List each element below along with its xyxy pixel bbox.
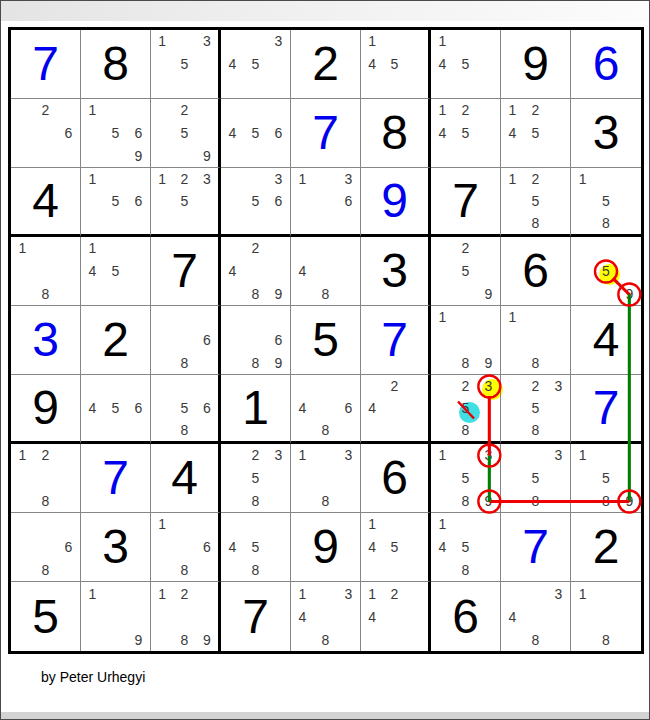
solved-digit-blue: 6 bbox=[593, 40, 620, 88]
solved-digit: 7 bbox=[171, 247, 198, 295]
candidate-1: 1 bbox=[151, 582, 173, 605]
cell-r8c8[interactable]: 7 bbox=[501, 513, 571, 582]
candidate-1: 1 bbox=[81, 582, 104, 605]
candidate-5: 5 bbox=[454, 467, 477, 490]
cell-r4c5[interactable]: 48 bbox=[291, 237, 361, 306]
cell-r2c7[interactable]: 1245 bbox=[431, 99, 501, 168]
cell-r4c9[interactable]: 59 bbox=[571, 237, 641, 306]
cell-r5c4[interactable]: 689 bbox=[221, 306, 291, 375]
cell-r1c3[interactable]: 135 bbox=[151, 30, 221, 99]
cell-r6c2[interactable]: 456 bbox=[81, 375, 151, 444]
candidate-3: 3 bbox=[267, 30, 290, 53]
candidate-5: 5 bbox=[594, 467, 617, 490]
candidate-8: 8 bbox=[524, 489, 547, 512]
candidate-2: 2 bbox=[34, 444, 57, 467]
candidate-8: 8 bbox=[244, 558, 267, 581]
candidate-3: 3 bbox=[196, 168, 218, 190]
candidate-3: 3 bbox=[547, 582, 570, 605]
solved-digit-blue: 7 bbox=[381, 316, 408, 364]
candidate-4: 4 bbox=[81, 397, 104, 419]
cell-r8c7[interactable]: 1458 bbox=[431, 513, 501, 582]
pencil-marks: 24 bbox=[361, 375, 428, 441]
pencil-marks: 1569 bbox=[81, 99, 150, 167]
candidate-4: 4 bbox=[501, 122, 524, 145]
candidate-6: 6 bbox=[127, 397, 150, 419]
candidate-4: 4 bbox=[221, 260, 244, 283]
solved-digit: 2 bbox=[102, 316, 129, 364]
candidate-4: 4 bbox=[291, 605, 314, 628]
candidate-1: 1 bbox=[291, 444, 314, 467]
solved-digit: 4 bbox=[593, 316, 620, 364]
solved-digit: 9 bbox=[522, 40, 549, 88]
pencil-marks: 59 bbox=[571, 237, 641, 305]
solved-digit: 9 bbox=[312, 523, 339, 571]
candidate-5: 5 bbox=[454, 122, 477, 145]
candidate-9: 9 bbox=[127, 144, 150, 167]
candidate-5: 5 bbox=[524, 122, 547, 145]
candidate-1: 1 bbox=[571, 168, 594, 190]
candidate-6: 6 bbox=[57, 536, 80, 559]
candidate-3: 3 bbox=[267, 168, 290, 190]
candidate-3: 3 bbox=[547, 375, 570, 397]
candidate-8: 8 bbox=[314, 282, 337, 305]
candidate-9: 9 bbox=[477, 282, 500, 305]
candidate-6: 6 bbox=[127, 190, 150, 212]
cell-r1c2[interactable]: 8 bbox=[81, 30, 151, 99]
candidate-1: 1 bbox=[11, 237, 34, 260]
pencil-marks: 124 bbox=[361, 582, 428, 651]
candidate-2: 2 bbox=[454, 375, 477, 397]
candidate-8: 8 bbox=[173, 351, 195, 374]
cell-r6c6[interactable]: 24 bbox=[361, 375, 431, 444]
candidate-6: 6 bbox=[196, 536, 218, 559]
candidate-5: 5 bbox=[104, 122, 127, 145]
cell-r2c5[interactable]: 7 bbox=[291, 99, 361, 168]
candidate-3: 3 bbox=[196, 30, 218, 53]
cell-r5c3[interactable]: 68 bbox=[151, 306, 221, 375]
candidate-5: 5 bbox=[244, 536, 267, 559]
cell-r3c7[interactable]: 7 bbox=[431, 168, 501, 237]
cell-r1c1[interactable]: 7 bbox=[11, 30, 81, 99]
cell-r6c3[interactable]: 568 bbox=[151, 375, 221, 444]
candidate-3: 3 bbox=[267, 444, 290, 467]
candidate-1: 1 bbox=[431, 444, 454, 467]
candidate-3: 3 bbox=[337, 168, 360, 190]
solved-digit: 9 bbox=[32, 384, 59, 432]
cell-r1c4[interactable]: 345 bbox=[221, 30, 291, 99]
cell-r5c2[interactable]: 2 bbox=[81, 306, 151, 375]
solved-digit: 8 bbox=[381, 109, 408, 157]
pencil-marks: 1258 bbox=[501, 168, 570, 234]
candidate-2: 2 bbox=[524, 99, 547, 122]
pencil-marks: 1589 bbox=[571, 444, 641, 512]
pencil-marks: 189 bbox=[431, 306, 500, 374]
candidate-5: 5 bbox=[104, 260, 127, 283]
pencil-marks: 18 bbox=[501, 306, 570, 374]
candidate-8: 8 bbox=[524, 212, 547, 234]
candidate-5: 5 bbox=[454, 260, 477, 283]
cell-r3c8[interactable]: 1258 bbox=[501, 168, 571, 237]
cell-r9c2[interactable]: 19 bbox=[81, 582, 151, 651]
pencil-marks: 48 bbox=[291, 237, 360, 305]
solved-digit: 4 bbox=[32, 177, 59, 225]
cell-r5c6[interactable]: 7 bbox=[361, 306, 431, 375]
pencil-marks: 168 bbox=[151, 513, 218, 581]
top-gradient-bar bbox=[1, 1, 649, 21]
candidate-5: 5 bbox=[244, 53, 267, 76]
candidate-2: 2 bbox=[34, 99, 57, 122]
candidate-1: 1 bbox=[571, 582, 594, 605]
candidate-8: 8 bbox=[173, 558, 195, 581]
candidate-8: 8 bbox=[524, 628, 547, 651]
solved-digit: 6 bbox=[381, 454, 408, 502]
candidate-1: 1 bbox=[11, 444, 34, 467]
candidate-1: 1 bbox=[431, 30, 454, 53]
candidate-2: 2 bbox=[383, 582, 405, 605]
pencil-marks: 128 bbox=[11, 444, 80, 512]
pencil-marks: 458 bbox=[221, 513, 290, 581]
candidate-1: 1 bbox=[501, 306, 524, 329]
pencil-marks: 2358 bbox=[431, 375, 500, 441]
candidate-5: 5 bbox=[454, 536, 477, 559]
solved-digit-blue: 7 bbox=[102, 454, 129, 502]
pencil-marks: 348 bbox=[501, 582, 570, 651]
cell-r7c3[interactable]: 4 bbox=[151, 444, 221, 513]
cell-r1c7[interactable]: 145 bbox=[431, 30, 501, 99]
cell-r3c1[interactable]: 4 bbox=[11, 168, 81, 237]
cell-r5c9[interactable]: 4 bbox=[571, 306, 641, 375]
cell-r7c1[interactable]: 128 bbox=[11, 444, 81, 513]
cell-r5c1[interactable]: 3 bbox=[11, 306, 81, 375]
candidate-2: 2 bbox=[524, 375, 547, 397]
solved-digit: 7 bbox=[452, 177, 479, 225]
cell-r6c8[interactable]: 2358 bbox=[501, 375, 571, 444]
candidate-8: 8 bbox=[173, 628, 195, 651]
candidate-6: 6 bbox=[127, 122, 150, 145]
pencil-marks: 156 bbox=[81, 168, 150, 234]
candidate-8: 8 bbox=[244, 351, 267, 374]
candidate-8: 8 bbox=[314, 419, 337, 441]
pencil-marks: 26 bbox=[11, 99, 80, 167]
candidate-4: 4 bbox=[221, 536, 244, 559]
pencil-marks: 2358 bbox=[221, 444, 290, 512]
candidate-8: 8 bbox=[594, 489, 617, 512]
candidate-3: 3 bbox=[337, 444, 360, 467]
cell-r6c1[interactable]: 9 bbox=[11, 375, 81, 444]
pencil-marks: 1289 bbox=[151, 582, 218, 651]
candidate-6: 6 bbox=[196, 329, 218, 352]
candidate-1: 1 bbox=[571, 444, 594, 467]
pencil-marks: 18 bbox=[571, 582, 641, 651]
cell-r3c6[interactable]: 9 bbox=[361, 168, 431, 237]
candidate-6: 6 bbox=[196, 397, 218, 419]
candidate-1: 1 bbox=[431, 513, 454, 536]
pencil-marks: 356 bbox=[221, 168, 290, 234]
candidate-1: 1 bbox=[81, 99, 104, 122]
pencil-marks: 68 bbox=[151, 306, 218, 374]
cell-r8c1[interactable]: 68 bbox=[11, 513, 81, 582]
solved-digit-blue: 7 bbox=[522, 523, 549, 571]
candidate-9: 9 bbox=[196, 144, 218, 167]
pencil-marks: 689 bbox=[221, 306, 290, 374]
candidate-5: 5 bbox=[594, 190, 617, 212]
candidate-5: 5 bbox=[383, 53, 405, 76]
pencil-marks: 136 bbox=[291, 168, 360, 234]
solved-digit-blue: 7 bbox=[32, 40, 59, 88]
solved-digit: 4 bbox=[171, 454, 198, 502]
pencil-marks: 568 bbox=[151, 375, 218, 441]
pencil-marks: 145 bbox=[81, 237, 150, 305]
candidate-6: 6 bbox=[337, 397, 360, 419]
candidate-9: 9 bbox=[267, 351, 290, 374]
pencil-marks: 1235 bbox=[151, 168, 218, 234]
candidate-8: 8 bbox=[594, 212, 617, 234]
candidate-9: 9 bbox=[477, 489, 500, 512]
cell-r2c9[interactable]: 3 bbox=[571, 99, 641, 168]
candidate-6: 6 bbox=[57, 122, 80, 145]
candidate-1: 1 bbox=[431, 306, 454, 329]
cell-r2c2[interactable]: 1569 bbox=[81, 99, 151, 168]
candidate-3: 3 bbox=[477, 444, 500, 467]
pencil-marks: 145 bbox=[361, 513, 428, 581]
pencil-marks: 259 bbox=[431, 237, 500, 305]
cell-r2c6[interactable]: 8 bbox=[361, 99, 431, 168]
candidate-2: 2 bbox=[173, 582, 195, 605]
cell-r6c7[interactable]: 2358 bbox=[431, 375, 501, 444]
solved-digit: 8 bbox=[102, 40, 129, 88]
pencil-marks: 1348 bbox=[291, 582, 360, 651]
candidate-8: 8 bbox=[34, 489, 57, 512]
pencil-marks: 259 bbox=[151, 99, 218, 167]
pencil-marks: 1458 bbox=[431, 513, 500, 581]
candidate-1: 1 bbox=[291, 582, 314, 605]
cell-r4c7[interactable]: 259 bbox=[431, 237, 501, 306]
pencil-marks: 145 bbox=[431, 30, 500, 98]
solved-digit-blue: 7 bbox=[312, 109, 339, 157]
cell-r2c3[interactable]: 259 bbox=[151, 99, 221, 168]
candidate-5: 5 bbox=[524, 467, 547, 490]
pencil-marks: 1245 bbox=[431, 99, 500, 167]
cell-r3c4[interactable]: 356 bbox=[221, 168, 291, 237]
cell-r9c6[interactable]: 124 bbox=[361, 582, 431, 651]
sudoku-board: 7813534521451459626156925945678124512453… bbox=[8, 27, 644, 654]
cell-r4c1[interactable]: 18 bbox=[11, 237, 81, 306]
cell-r7c9[interactable]: 1589 bbox=[571, 444, 641, 513]
candidate-5: 5 bbox=[244, 190, 267, 212]
cell-r6c9[interactable]: 7 bbox=[571, 375, 641, 444]
candidate-8: 8 bbox=[173, 419, 195, 441]
pencil-marks: 135 bbox=[151, 30, 218, 98]
cell-r1c8[interactable]: 9 bbox=[501, 30, 571, 99]
candidate-8: 8 bbox=[244, 282, 267, 305]
solved-digit: 3 bbox=[102, 523, 129, 571]
cell-r4c2[interactable]: 145 bbox=[81, 237, 151, 306]
candidate-2: 2 bbox=[454, 99, 477, 122]
candidate-9: 9 bbox=[127, 628, 150, 651]
candidate-1: 1 bbox=[501, 168, 524, 190]
cell-r7c2[interactable]: 7 bbox=[81, 444, 151, 513]
candidate-1: 1 bbox=[81, 237, 104, 260]
cell-r8c4[interactable]: 458 bbox=[221, 513, 291, 582]
candidate-1: 1 bbox=[291, 168, 314, 190]
pencil-marks: 345 bbox=[221, 30, 290, 98]
cell-r9c9[interactable]: 18 bbox=[571, 582, 641, 651]
candidate-4: 4 bbox=[361, 53, 383, 76]
candidate-4: 4 bbox=[291, 260, 314, 283]
solved-digit: 5 bbox=[312, 316, 339, 364]
candidate-5: 5 bbox=[104, 397, 127, 419]
cell-r8c5[interactable]: 9 bbox=[291, 513, 361, 582]
candidate-1: 1 bbox=[361, 30, 383, 53]
candidate-8: 8 bbox=[594, 628, 617, 651]
candidate-5: 5 bbox=[454, 53, 477, 76]
cell-r1c6[interactable]: 145 bbox=[361, 30, 431, 99]
candidate-5: 5 bbox=[244, 467, 267, 490]
candidate-4: 4 bbox=[361, 397, 383, 419]
pencil-marks: 19 bbox=[81, 582, 150, 651]
candidate-1: 1 bbox=[151, 30, 173, 53]
cell-r5c5[interactable]: 5 bbox=[291, 306, 361, 375]
solved-digit-blue: 3 bbox=[32, 316, 59, 364]
cell-r4c3[interactable]: 7 bbox=[151, 237, 221, 306]
cell-r3c2[interactable]: 156 bbox=[81, 168, 151, 237]
cell-r4c8[interactable]: 6 bbox=[501, 237, 571, 306]
candidate-4: 4 bbox=[81, 260, 104, 283]
solved-digit: 7 bbox=[242, 593, 269, 641]
cell-r9c4[interactable]: 7 bbox=[221, 582, 291, 651]
pencil-marks: 456 bbox=[81, 375, 150, 441]
cell-r2c4[interactable]: 456 bbox=[221, 99, 291, 168]
solved-digit: 1 bbox=[242, 384, 269, 432]
candidate-1: 1 bbox=[431, 99, 454, 122]
cell-r7c5[interactable]: 138 bbox=[291, 444, 361, 513]
candidate-1: 1 bbox=[501, 99, 524, 122]
solved-digit-blue: 7 bbox=[593, 384, 620, 432]
author-credit: by Peter Urhegyi bbox=[41, 669, 145, 685]
candidate-5: 5 bbox=[454, 397, 477, 419]
cell-r3c5[interactable]: 136 bbox=[291, 168, 361, 237]
cell-r6c5[interactable]: 468 bbox=[291, 375, 361, 444]
candidate-5: 5 bbox=[524, 190, 547, 212]
cell-r4c6[interactable]: 3 bbox=[361, 237, 431, 306]
candidate-2: 2 bbox=[173, 99, 195, 122]
cell-r8c9[interactable]: 2 bbox=[571, 513, 641, 582]
cell-r8c2[interactable]: 3 bbox=[81, 513, 151, 582]
candidate-4: 4 bbox=[431, 536, 454, 559]
solved-digit: 3 bbox=[593, 109, 620, 157]
pencil-marks: 158 bbox=[571, 168, 641, 234]
cell-r1c9[interactable]: 6 bbox=[571, 30, 641, 99]
cell-r3c9[interactable]: 158 bbox=[571, 168, 641, 237]
candidate-9: 9 bbox=[267, 282, 290, 305]
pencil-marks: 13589 bbox=[431, 444, 500, 512]
candidate-5: 5 bbox=[244, 122, 267, 145]
solved-digit: 2 bbox=[312, 40, 339, 88]
candidate-2: 2 bbox=[173, 168, 195, 190]
cell-r1c5[interactable]: 2 bbox=[291, 30, 361, 99]
candidate-4: 4 bbox=[221, 122, 244, 145]
pencil-marks: 2489 bbox=[221, 237, 290, 305]
candidate-8: 8 bbox=[454, 351, 477, 374]
cell-r7c7[interactable]: 13589 bbox=[431, 444, 501, 513]
pencil-marks: 358 bbox=[501, 444, 570, 512]
candidate-8: 8 bbox=[314, 628, 337, 651]
candidate-8: 8 bbox=[34, 558, 57, 581]
candidate-6: 6 bbox=[337, 190, 360, 212]
cell-r6c4[interactable]: 1 bbox=[221, 375, 291, 444]
candidate-5: 5 bbox=[173, 397, 195, 419]
candidate-8: 8 bbox=[454, 419, 477, 441]
candidate-5: 5 bbox=[104, 190, 127, 212]
candidate-6: 6 bbox=[267, 122, 290, 145]
solved-digit: 3 bbox=[381, 247, 408, 295]
pencil-marks: 145 bbox=[361, 30, 428, 98]
candidate-5: 5 bbox=[173, 53, 195, 76]
candidate-3: 3 bbox=[477, 375, 500, 397]
candidate-1: 1 bbox=[151, 513, 173, 536]
candidate-8: 8 bbox=[34, 282, 57, 305]
pencil-marks: 18 bbox=[11, 237, 80, 305]
cell-r9c5[interactable]: 1348 bbox=[291, 582, 361, 651]
cell-r9c3[interactable]: 1289 bbox=[151, 582, 221, 651]
bottom-status-strip bbox=[1, 712, 649, 719]
candidate-1: 1 bbox=[361, 513, 383, 536]
cell-r9c8[interactable]: 348 bbox=[501, 582, 571, 651]
pencil-marks: 2358 bbox=[501, 375, 570, 441]
candidate-5: 5 bbox=[173, 190, 195, 212]
candidate-3: 3 bbox=[547, 444, 570, 467]
candidate-2: 2 bbox=[524, 168, 547, 190]
candidate-4: 4 bbox=[361, 605, 383, 628]
cell-r7c8[interactable]: 358 bbox=[501, 444, 571, 513]
candidate-5: 5 bbox=[383, 536, 405, 559]
solved-digit: 6 bbox=[452, 593, 479, 641]
candidate-9: 9 bbox=[196, 628, 218, 651]
candidate-4: 4 bbox=[501, 605, 524, 628]
candidate-8: 8 bbox=[244, 489, 267, 512]
pencil-marks: 1245 bbox=[501, 99, 570, 167]
cell-r2c8[interactable]: 1245 bbox=[501, 99, 571, 168]
cell-r3c3[interactable]: 1235 bbox=[151, 168, 221, 237]
candidate-8: 8 bbox=[454, 558, 477, 581]
cell-r5c8[interactable]: 18 bbox=[501, 306, 571, 375]
cell-r9c1[interactable]: 5 bbox=[11, 582, 81, 651]
candidate-4: 4 bbox=[431, 53, 454, 76]
candidate-5: 5 bbox=[173, 122, 195, 145]
candidate-4: 4 bbox=[221, 53, 244, 76]
candidate-8: 8 bbox=[314, 489, 337, 512]
candidate-1: 1 bbox=[81, 168, 104, 190]
solved-digit: 6 bbox=[522, 247, 549, 295]
cell-r2c1[interactable]: 26 bbox=[11, 99, 81, 168]
candidate-8: 8 bbox=[524, 419, 547, 441]
candidate-2: 2 bbox=[383, 375, 405, 397]
pencil-marks: 68 bbox=[11, 513, 80, 581]
cell-r8c3[interactable]: 168 bbox=[151, 513, 221, 582]
cell-r4c4[interactable]: 2489 bbox=[221, 237, 291, 306]
candidate-6: 6 bbox=[267, 329, 290, 352]
cell-r7c6[interactable]: 6 bbox=[361, 444, 431, 513]
cell-r8c6[interactable]: 145 bbox=[361, 513, 431, 582]
pencil-marks: 468 bbox=[291, 375, 360, 441]
candidate-3: 3 bbox=[337, 582, 360, 605]
cell-r5c7[interactable]: 189 bbox=[431, 306, 501, 375]
solved-digit-blue: 9 bbox=[381, 177, 408, 225]
cell-r9c7[interactable]: 6 bbox=[431, 582, 501, 651]
candidate-6: 6 bbox=[267, 190, 290, 212]
candidate-9: 9 bbox=[477, 351, 500, 374]
cell-r7c4[interactable]: 2358 bbox=[221, 444, 291, 513]
